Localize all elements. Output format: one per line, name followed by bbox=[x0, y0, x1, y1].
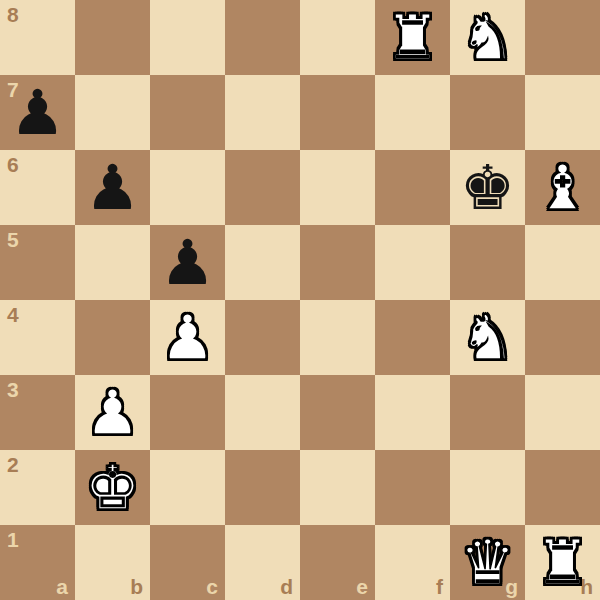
square-b6[interactable]: ♟ bbox=[75, 150, 150, 225]
black-king-g6[interactable]: ♚ bbox=[450, 150, 525, 225]
square-h3[interactable] bbox=[525, 375, 600, 450]
square-c2[interactable] bbox=[150, 450, 225, 525]
square-c3[interactable] bbox=[150, 375, 225, 450]
square-h2[interactable] bbox=[525, 450, 600, 525]
square-e8[interactable] bbox=[300, 0, 375, 75]
square-f2[interactable] bbox=[375, 450, 450, 525]
square-b5[interactable] bbox=[75, 225, 150, 300]
square-b8[interactable] bbox=[75, 0, 150, 75]
square-g2[interactable] bbox=[450, 450, 525, 525]
square-a8[interactable]: 8 bbox=[0, 0, 75, 75]
square-g3[interactable] bbox=[450, 375, 525, 450]
square-h8[interactable] bbox=[525, 0, 600, 75]
white-king-b2[interactable]: ♚ bbox=[75, 450, 150, 525]
square-a2[interactable]: 2 bbox=[0, 450, 75, 525]
square-d3[interactable] bbox=[225, 375, 300, 450]
square-a7[interactable]: 7♟ bbox=[0, 75, 75, 150]
square-g6[interactable]: ♚ bbox=[450, 150, 525, 225]
square-f3[interactable] bbox=[375, 375, 450, 450]
square-g4[interactable]: ♞ bbox=[450, 300, 525, 375]
file-label-d: d bbox=[280, 576, 293, 597]
black-pawn-b6[interactable]: ♟ bbox=[75, 150, 150, 225]
square-e2[interactable] bbox=[300, 450, 375, 525]
rank-label-3: 3 bbox=[7, 379, 19, 400]
square-b4[interactable] bbox=[75, 300, 150, 375]
file-label-f: f bbox=[436, 576, 443, 597]
white-rook-f8[interactable]: ♜ bbox=[375, 0, 450, 75]
square-f8[interactable]: ♜ bbox=[375, 0, 450, 75]
square-d4[interactable] bbox=[225, 300, 300, 375]
square-e4[interactable] bbox=[300, 300, 375, 375]
square-f7[interactable] bbox=[375, 75, 450, 150]
square-a4[interactable]: 4 bbox=[0, 300, 75, 375]
white-pawn-c4[interactable]: ♟ bbox=[150, 300, 225, 375]
white-knight-g8[interactable]: ♞ bbox=[450, 0, 525, 75]
black-pawn-c5[interactable]: ♟ bbox=[150, 225, 225, 300]
square-d6[interactable] bbox=[225, 150, 300, 225]
square-c1[interactable]: c bbox=[150, 525, 225, 600]
square-g7[interactable] bbox=[450, 75, 525, 150]
square-h6[interactable]: ♝ bbox=[525, 150, 600, 225]
square-e3[interactable] bbox=[300, 375, 375, 450]
file-label-c: c bbox=[206, 576, 218, 597]
square-e1[interactable]: e bbox=[300, 525, 375, 600]
chess-board: 8♜♞7♟6♟♚♝5♟4♟♞3♟2♚1abcdefg♛h♜ bbox=[0, 0, 600, 600]
square-d7[interactable] bbox=[225, 75, 300, 150]
rank-label-1: 1 bbox=[7, 529, 19, 550]
square-h5[interactable] bbox=[525, 225, 600, 300]
square-d1[interactable]: d bbox=[225, 525, 300, 600]
square-h4[interactable] bbox=[525, 300, 600, 375]
file-label-a: a bbox=[56, 576, 68, 597]
square-c7[interactable] bbox=[150, 75, 225, 150]
square-b3[interactable]: ♟ bbox=[75, 375, 150, 450]
square-f4[interactable] bbox=[375, 300, 450, 375]
rank-label-5: 5 bbox=[7, 229, 19, 250]
square-a1[interactable]: 1a bbox=[0, 525, 75, 600]
square-c8[interactable] bbox=[150, 0, 225, 75]
white-queen-g1[interactable]: ♛ bbox=[450, 525, 525, 600]
rank-label-4: 4 bbox=[7, 304, 19, 325]
white-pawn-b3[interactable]: ♟ bbox=[75, 375, 150, 450]
rank-label-8: 8 bbox=[7, 4, 19, 25]
black-pawn-a7[interactable]: ♟ bbox=[0, 75, 75, 150]
square-a5[interactable]: 5 bbox=[0, 225, 75, 300]
square-g1[interactable]: g♛ bbox=[450, 525, 525, 600]
white-knight-g4[interactable]: ♞ bbox=[450, 300, 525, 375]
square-e7[interactable] bbox=[300, 75, 375, 150]
white-rook-h1[interactable]: ♜ bbox=[525, 525, 600, 600]
square-c5[interactable]: ♟ bbox=[150, 225, 225, 300]
square-b1[interactable]: b bbox=[75, 525, 150, 600]
square-f1[interactable]: f bbox=[375, 525, 450, 600]
square-e5[interactable] bbox=[300, 225, 375, 300]
square-d8[interactable] bbox=[225, 0, 300, 75]
square-c6[interactable] bbox=[150, 150, 225, 225]
square-c4[interactable]: ♟ bbox=[150, 300, 225, 375]
square-a6[interactable]: 6 bbox=[0, 150, 75, 225]
square-a3[interactable]: 3 bbox=[0, 375, 75, 450]
square-b7[interactable] bbox=[75, 75, 150, 150]
file-label-b: b bbox=[130, 576, 143, 597]
square-h7[interactable] bbox=[525, 75, 600, 150]
square-d5[interactable] bbox=[225, 225, 300, 300]
square-g5[interactable] bbox=[450, 225, 525, 300]
square-f6[interactable] bbox=[375, 150, 450, 225]
square-e6[interactable] bbox=[300, 150, 375, 225]
square-d2[interactable] bbox=[225, 450, 300, 525]
rank-label-2: 2 bbox=[7, 454, 19, 475]
white-bishop-h6[interactable]: ♝ bbox=[525, 150, 600, 225]
square-g8[interactable]: ♞ bbox=[450, 0, 525, 75]
square-h1[interactable]: h♜ bbox=[525, 525, 600, 600]
square-f5[interactable] bbox=[375, 225, 450, 300]
rank-label-6: 6 bbox=[7, 154, 19, 175]
square-b2[interactable]: ♚ bbox=[75, 450, 150, 525]
file-label-e: e bbox=[356, 576, 368, 597]
